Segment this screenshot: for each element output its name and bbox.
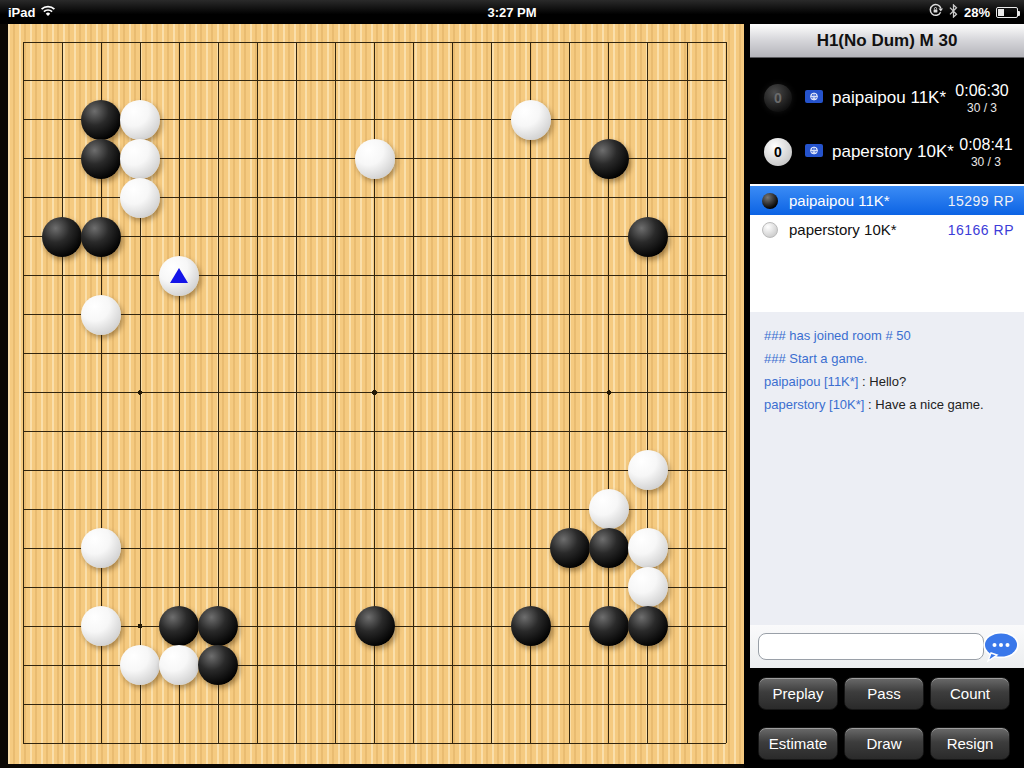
byoyomi-periods: 30 / 3: [954, 155, 1018, 169]
byoyomi-periods: 30 / 3: [946, 101, 1018, 115]
resign-button[interactable]: Resign: [930, 727, 1010, 760]
white-stone: [120, 139, 160, 179]
action-buttons: Preplay Pass Count Estimate Draw Resign: [744, 668, 1024, 768]
player-row: 0 paipaipou 11K* 0:06:30 30 / 3: [744, 71, 1024, 125]
white-stone: [628, 567, 668, 607]
draw-button[interactable]: Draw: [844, 727, 924, 760]
player-name: paipaipou 11K*: [832, 88, 946, 108]
captures-badge: 0: [764, 138, 792, 166]
player-name: paperstory 10K*: [832, 142, 954, 162]
chat-bubble-icon[interactable]: [982, 632, 1020, 667]
black-stone: [355, 606, 395, 646]
white-stone: [81, 295, 121, 335]
side-panel: H1(No Dum) M 30 0 paipaipou 11K* 0:06:30…: [744, 24, 1024, 768]
black-stone: [511, 606, 551, 646]
chat-line: paperstory [10K*] : Have a nice game.: [764, 393, 1018, 416]
black-stone: [589, 606, 629, 646]
rating-row-black[interactable]: paipaipou 11K* 15299 RP: [750, 186, 1024, 215]
status-bar: iPad 3:27 PM: [0, 0, 1024, 24]
ratings-list: paipaipou 11K* 15299 RP paperstory 10K* …: [750, 184, 1024, 312]
black-stone-icon: [762, 193, 778, 209]
preplay-button[interactable]: Preplay: [758, 677, 838, 710]
captures-badge: 0: [764, 84, 792, 112]
pass-button[interactable]: Pass: [844, 677, 924, 710]
rating-points: 16166 RP: [948, 222, 1014, 238]
player-clock: 0:06:30 30 / 3: [946, 82, 1018, 115]
black-stone: [81, 139, 121, 179]
black-stone: [550, 528, 590, 568]
battery-percent-label: 28%: [964, 5, 990, 20]
board-grid: [8, 24, 744, 764]
players-section: 0 paipaipou 11K* 0:06:30 30 / 3 0: [744, 58, 1024, 184]
time-remaining: 0:08:41: [954, 136, 1018, 154]
black-stone: [81, 217, 121, 257]
rating-points: 15299 RP: [948, 193, 1014, 209]
estimate-button[interactable]: Estimate: [758, 727, 838, 760]
black-stone: [628, 217, 668, 257]
player-row: 0 paperstory 10K* 0:08:41 30 / 3: [744, 125, 1024, 179]
bluetooth-icon: [949, 4, 958, 21]
device-label: iPad: [8, 5, 35, 20]
wifi-icon: [40, 5, 56, 20]
rating-row-white[interactable]: paperstory 10K* 16166 RP: [750, 215, 1024, 244]
black-stone: [42, 217, 82, 257]
white-stone-icon: [762, 222, 778, 238]
chat-input[interactable]: [758, 633, 984, 660]
game-title-bar: H1(No Dum) M 30: [750, 24, 1024, 58]
country-flag-icon: [805, 143, 823, 161]
last-move-triangle-marker: [170, 268, 188, 283]
chat-line: ### has joined room # 50: [764, 324, 1018, 347]
game-title: H1(No Dum) M 30: [817, 31, 958, 51]
chat-line: ### Start a game.: [764, 347, 1018, 370]
white-stone: [120, 100, 160, 140]
count-button[interactable]: Count: [930, 677, 1010, 710]
go-board[interactable]: [8, 24, 744, 764]
time-remaining: 0:06:30: [946, 82, 1018, 100]
black-stone: [589, 139, 629, 179]
white-stone: [120, 178, 160, 218]
rotation-lock-icon: [928, 3, 943, 21]
black-stone: [81, 100, 121, 140]
country-flag-icon: [805, 89, 823, 107]
white-stone: [355, 139, 395, 179]
chat-box[interactable]: ### has joined room # 50### Start a game…: [750, 312, 1024, 625]
chat-input-bar: [750, 625, 1024, 668]
rating-player-name: paperstory 10K*: [789, 221, 948, 238]
clock-label: 3:27 PM: [0, 5, 1024, 20]
chat-line: paipaipou [11K*] : Hello?: [764, 370, 1018, 393]
player-clock: 0:08:41 30 / 3: [954, 136, 1018, 169]
rating-player-name: paipaipou 11K*: [789, 192, 948, 209]
black-stone: [628, 606, 668, 646]
white-stone: [511, 100, 551, 140]
screen: iPad 3:27 PM: [0, 0, 1024, 768]
battery-icon: [996, 7, 1018, 18]
board-area: [0, 24, 744, 768]
black-stone: [589, 528, 629, 568]
